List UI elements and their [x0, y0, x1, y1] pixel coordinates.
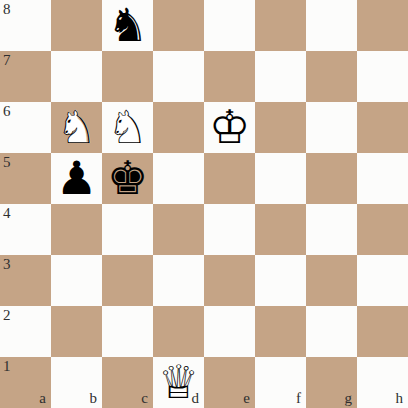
square-e5[interactable] — [204, 153, 255, 204]
square-f2[interactable] — [255, 306, 306, 357]
square-b3[interactable] — [51, 255, 102, 306]
piece-black-knight[interactable]: ♞ — [102, 0, 153, 51]
square-h6[interactable] — [357, 102, 408, 153]
rank-label-5: 5 — [3, 155, 11, 170]
square-h2[interactable] — [357, 306, 408, 357]
rank-label-3: 3 — [3, 257, 11, 272]
square-e6[interactable]: ♚♔ — [204, 102, 255, 153]
square-d2[interactable] — [153, 306, 204, 357]
square-g3[interactable] — [306, 255, 357, 306]
square-d6[interactable] — [153, 102, 204, 153]
piece-outline-layer: ♘ — [51, 102, 102, 153]
piece-white-knight[interactable]: ♞♘ — [102, 102, 153, 153]
rank-label-4: 4 — [3, 206, 11, 221]
square-f7[interactable] — [255, 51, 306, 102]
square-c3[interactable] — [102, 255, 153, 306]
square-h5[interactable] — [357, 153, 408, 204]
square-f4[interactable] — [255, 204, 306, 255]
file-label-f: f — [296, 391, 301, 406]
square-h3[interactable] — [357, 255, 408, 306]
piece-black-pawn[interactable]: ♟ — [51, 153, 102, 204]
square-c5[interactable]: ♚ — [102, 153, 153, 204]
square-e4[interactable] — [204, 204, 255, 255]
square-b2[interactable] — [51, 306, 102, 357]
square-d8[interactable] — [153, 0, 204, 51]
rank-label-8: 8 — [3, 2, 11, 17]
square-g2[interactable] — [306, 306, 357, 357]
square-f3[interactable] — [255, 255, 306, 306]
piece-black-king[interactable]: ♚ — [102, 153, 153, 204]
square-g5[interactable] — [306, 153, 357, 204]
square-d7[interactable] — [153, 51, 204, 102]
rank-label-6: 6 — [3, 104, 11, 119]
square-e2[interactable] — [204, 306, 255, 357]
chess-board: ♞♞♘♞♘♚♔♟♚♛♕ — [0, 0, 408, 408]
file-label-d: d — [192, 391, 200, 406]
square-g8[interactable] — [306, 0, 357, 51]
square-b6[interactable]: ♞♘ — [51, 102, 102, 153]
square-b7[interactable] — [51, 51, 102, 102]
square-c6[interactable]: ♞♘ — [102, 102, 153, 153]
chess-board-container: ♞♞♘♞♘♚♔♟♚♛♕ 87654321abcdefgh — [0, 0, 408, 408]
square-c7[interactable] — [102, 51, 153, 102]
square-d4[interactable] — [153, 204, 204, 255]
piece-outline-layer: ♘ — [102, 102, 153, 153]
square-d5[interactable] — [153, 153, 204, 204]
square-d3[interactable] — [153, 255, 204, 306]
file-label-g: g — [345, 391, 353, 406]
square-f8[interactable] — [255, 0, 306, 51]
square-b5[interactable]: ♟ — [51, 153, 102, 204]
square-b4[interactable] — [51, 204, 102, 255]
file-label-h: h — [396, 391, 404, 406]
rank-label-1: 1 — [3, 359, 11, 374]
square-h7[interactable] — [357, 51, 408, 102]
square-g4[interactable] — [306, 204, 357, 255]
piece-white-king[interactable]: ♚♔ — [204, 102, 255, 153]
file-label-c: c — [141, 391, 148, 406]
square-c4[interactable] — [102, 204, 153, 255]
square-g6[interactable] — [306, 102, 357, 153]
square-e7[interactable] — [204, 51, 255, 102]
square-h4[interactable] — [357, 204, 408, 255]
square-e8[interactable] — [204, 0, 255, 51]
file-label-a: a — [39, 391, 46, 406]
square-e3[interactable] — [204, 255, 255, 306]
piece-outline-layer: ♔ — [204, 102, 255, 153]
square-h8[interactable] — [357, 0, 408, 51]
square-c2[interactable] — [102, 306, 153, 357]
rank-label-2: 2 — [3, 308, 11, 323]
square-f5[interactable] — [255, 153, 306, 204]
file-label-e: e — [243, 391, 250, 406]
file-label-b: b — [90, 391, 98, 406]
square-c8[interactable]: ♞ — [102, 0, 153, 51]
square-b8[interactable] — [51, 0, 102, 51]
rank-label-7: 7 — [3, 53, 11, 68]
piece-white-knight[interactable]: ♞♘ — [51, 102, 102, 153]
square-f6[interactable] — [255, 102, 306, 153]
square-g7[interactable] — [306, 51, 357, 102]
